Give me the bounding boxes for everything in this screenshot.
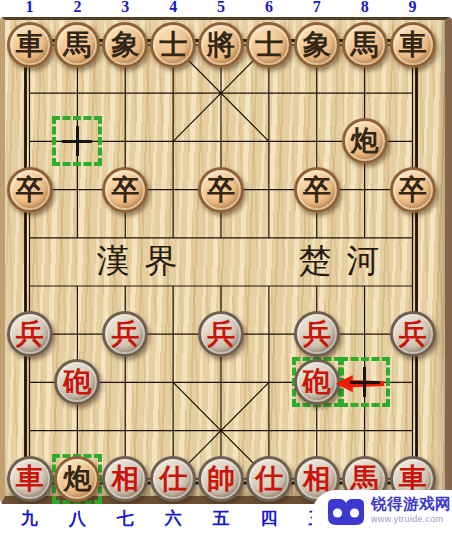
file-numeral-6: 四 <box>260 507 277 530</box>
piece-black-soldier[interactable]: 卒 <box>102 167 148 213</box>
river-label-left: 漢界 <box>90 239 193 284</box>
piece-black-chariot[interactable]: 車 <box>390 22 436 68</box>
file-number-6: 6 <box>265 0 273 16</box>
piece-black-soldier[interactable]: 卒 <box>390 167 436 213</box>
site-watermark: 锐得游戏网 www.ytruide.com <box>312 490 452 533</box>
piece-red-soldier[interactable]: 兵 <box>102 311 148 357</box>
top-coordinate-strip: 123456789 <box>0 0 452 17</box>
file-numeral-1: 九 <box>21 507 38 530</box>
piece-black-elephant[interactable]: 象 <box>294 22 340 68</box>
piece-red-advisor[interactable]: 仕 <box>246 456 292 502</box>
piece-black-advisor[interactable]: 士 <box>150 22 196 68</box>
piece-black-advisor[interactable]: 士 <box>246 22 292 68</box>
piece-red-elephant[interactable]: 相 <box>102 456 148 502</box>
river-label-right: 楚河 <box>292 239 395 284</box>
piece-red-cannon[interactable]: 砲 <box>294 359 340 405</box>
file-numeral-2: 八 <box>69 507 86 530</box>
file-number-2: 2 <box>73 0 81 16</box>
piece-red-cannon[interactable]: 砲 <box>54 359 100 405</box>
piece-red-soldier[interactable]: 兵 <box>198 311 244 357</box>
piece-black-cannon[interactable]: 炮 <box>342 118 388 164</box>
xiangqi-board-screenshot: 123456789 漢界 楚河 車馬象士將士象馬車炮卒卒卒卒卒兵兵兵兵兵砲砲車炮… <box>0 0 452 533</box>
file-numeral-5: 五 <box>213 507 230 530</box>
watermark-url: www.ytruide.com <box>371 514 444 524</box>
piece-red-advisor[interactable]: 仕 <box>150 456 196 502</box>
file-number-4: 4 <box>169 0 177 16</box>
piece-red-chariot[interactable]: 車 <box>7 456 53 502</box>
piece-black-horse[interactable]: 馬 <box>342 22 388 68</box>
piece-black-cannon[interactable]: 炮 <box>54 456 100 502</box>
crosshair-cursor-icon <box>350 367 380 397</box>
file-number-3: 3 <box>121 0 129 16</box>
piece-black-soldier[interactable]: 卒 <box>294 167 340 213</box>
file-numeral-4: 六 <box>165 507 182 530</box>
piece-red-soldier[interactable]: 兵 <box>294 311 340 357</box>
file-number-1: 1 <box>26 0 34 16</box>
piece-black-soldier[interactable]: 卒 <box>7 167 53 213</box>
piece-red-soldier[interactable]: 兵 <box>7 311 53 357</box>
gamepad-logo-icon <box>325 498 367 526</box>
crosshair-cursor-icon <box>62 126 92 156</box>
piece-red-soldier[interactable]: 兵 <box>390 311 436 357</box>
piece-red-general[interactable]: 帥 <box>198 456 244 502</box>
watermark-site-name: 锐得游戏网 <box>371 494 451 515</box>
file-number-9: 9 <box>409 0 417 16</box>
file-numeral-3: 七 <box>117 507 134 530</box>
file-number-7: 7 <box>313 0 321 16</box>
file-number-8: 8 <box>361 0 369 16</box>
piece-black-general[interactable]: 將 <box>198 22 244 68</box>
piece-black-soldier[interactable]: 卒 <box>198 167 244 213</box>
piece-black-horse[interactable]: 馬 <box>54 22 100 68</box>
piece-black-elephant[interactable]: 象 <box>102 22 148 68</box>
piece-black-chariot[interactable]: 車 <box>7 22 53 68</box>
file-number-5: 5 <box>217 0 225 16</box>
